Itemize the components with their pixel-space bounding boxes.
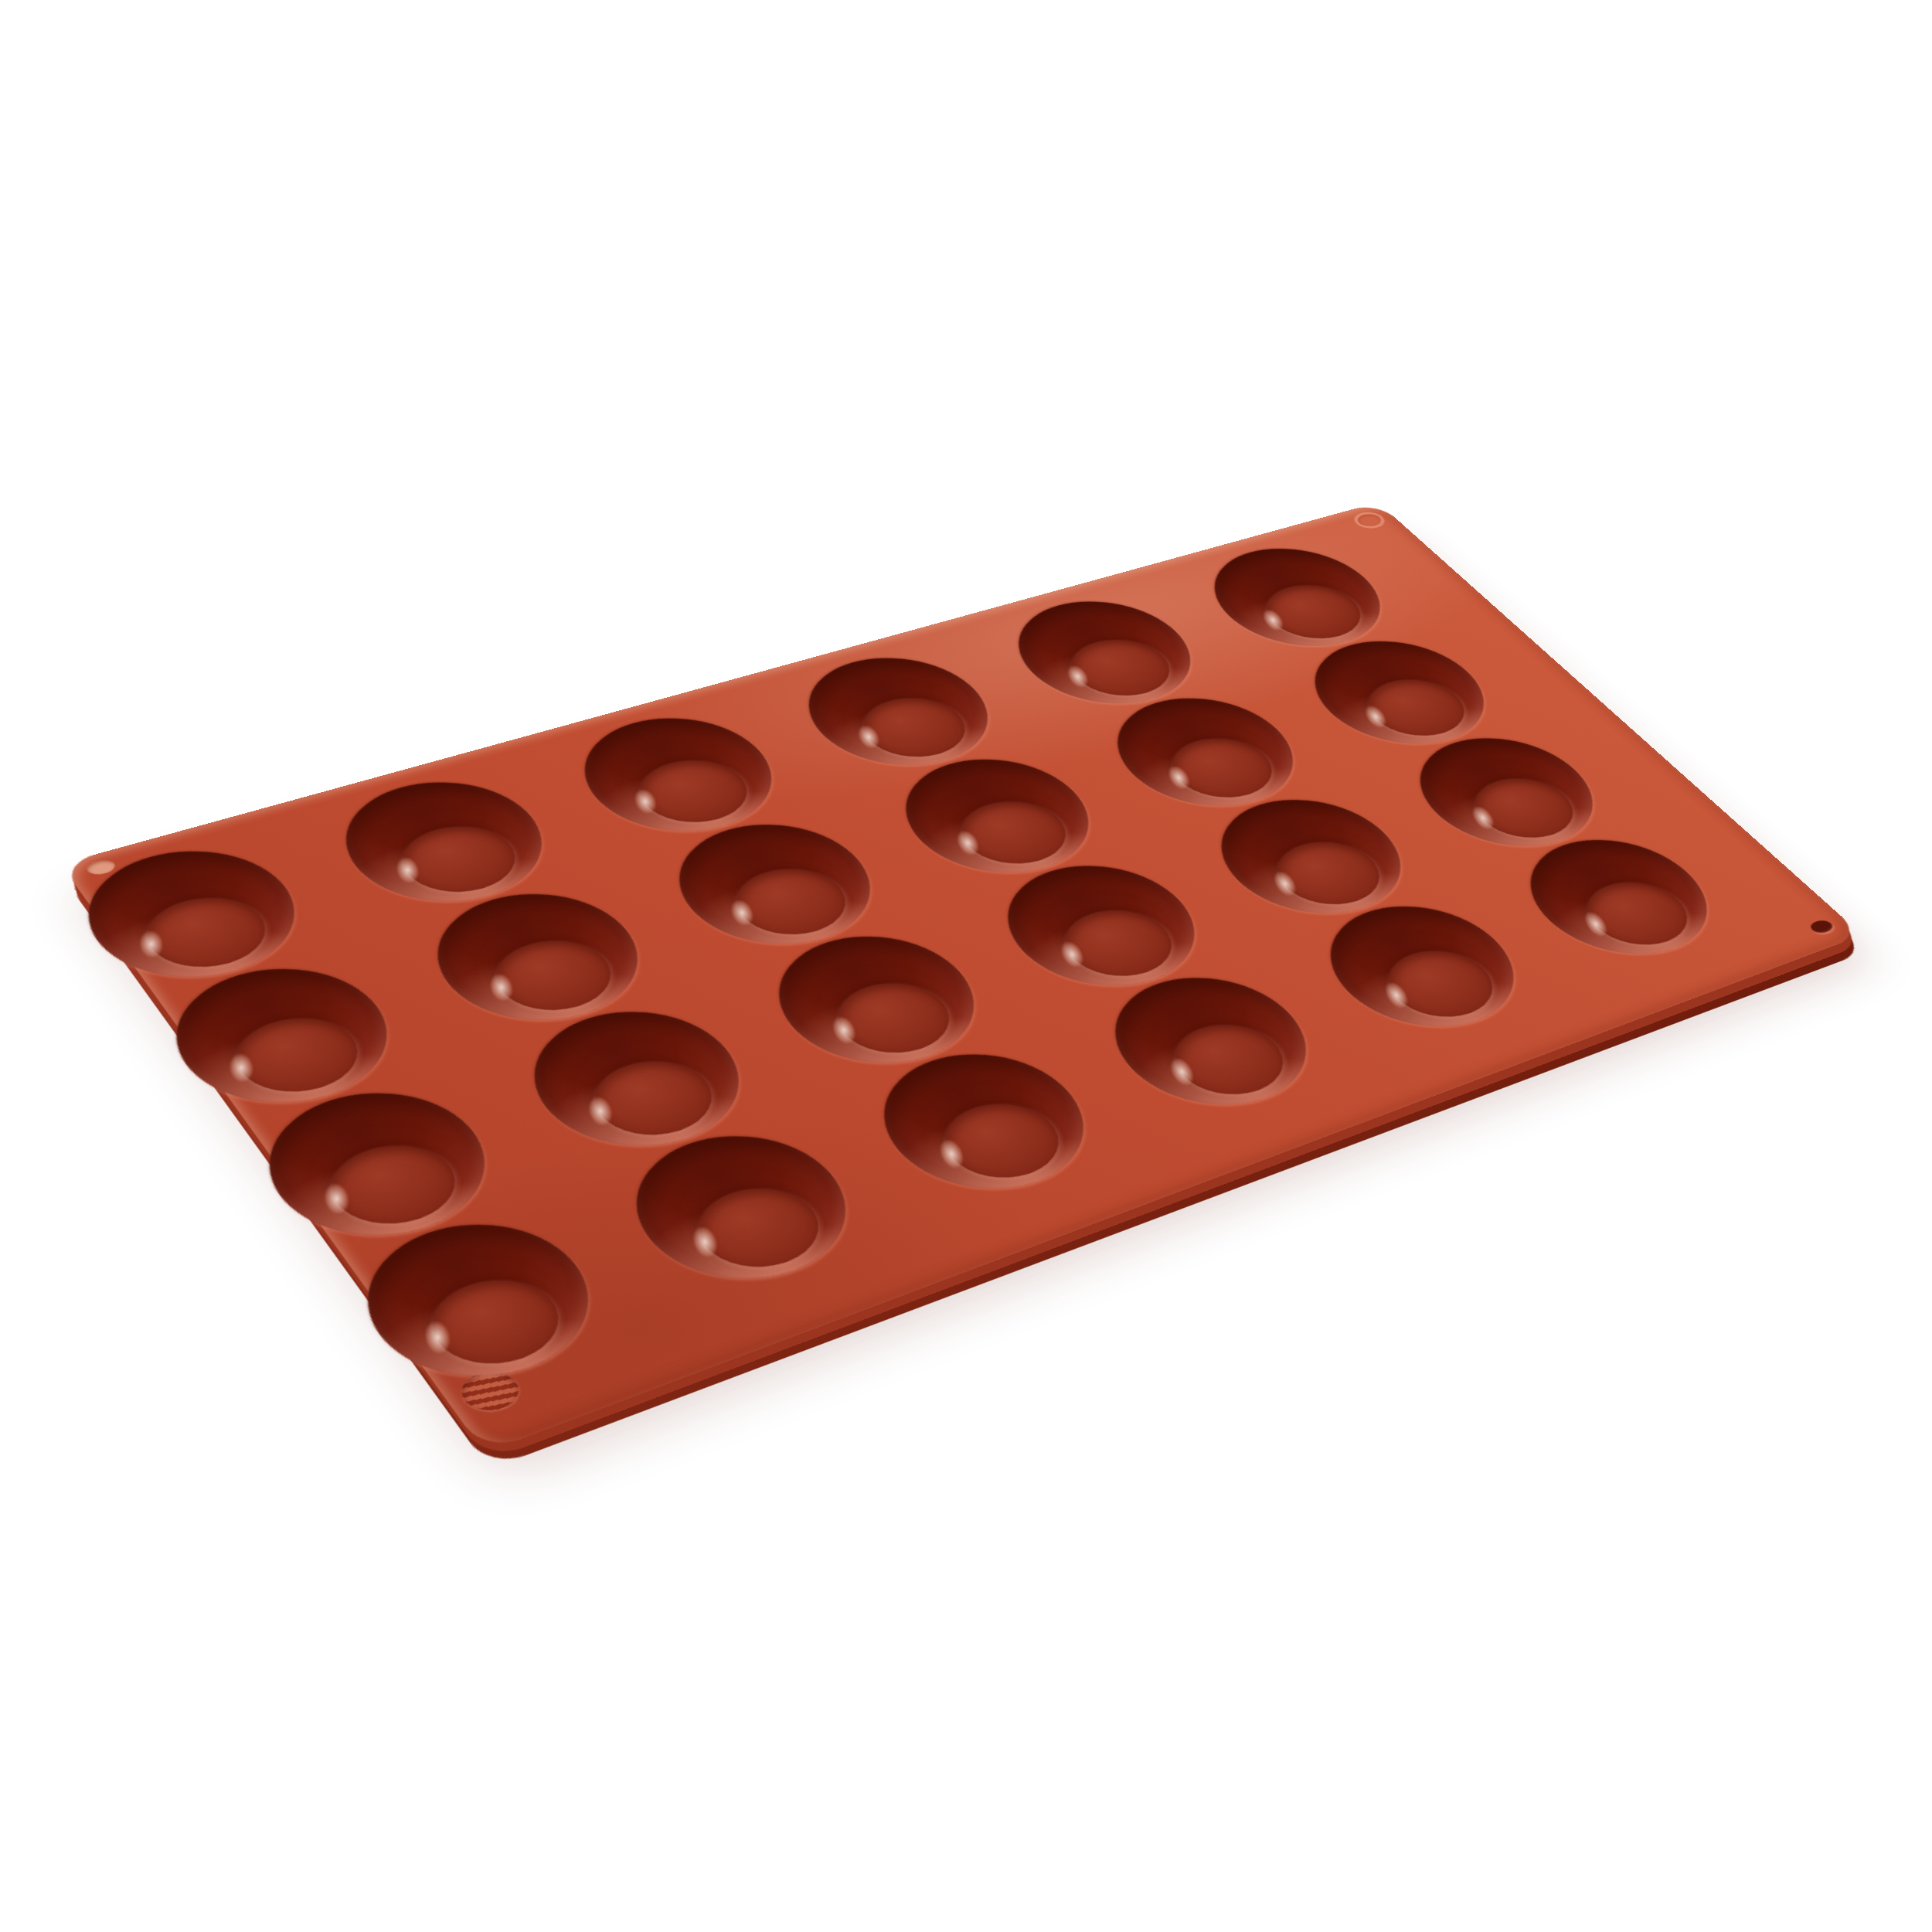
embossed-ring-top-icon xyxy=(1349,509,1390,531)
product-photo-silicone-mold xyxy=(0,0,1932,1932)
silicone-mold xyxy=(60,502,1862,1453)
hanging-hole-right-icon xyxy=(1807,918,1837,935)
